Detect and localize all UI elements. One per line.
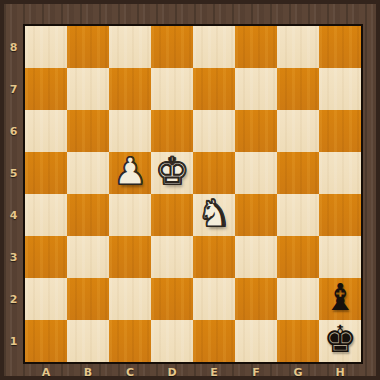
file-label-b: B (67, 362, 109, 380)
rank-label-7: 7 (6, 68, 21, 110)
square-h8[interactable] (319, 26, 361, 68)
rank-label-5: 5 (6, 152, 21, 194)
square-g7[interactable] (277, 68, 319, 110)
square-b8[interactable] (67, 26, 109, 68)
square-c8[interactable] (109, 26, 151, 68)
file-label-d: D (151, 362, 193, 380)
square-d3[interactable] (151, 236, 193, 278)
square-g8[interactable] (277, 26, 319, 68)
square-d2[interactable] (151, 278, 193, 320)
square-c1[interactable] (109, 320, 151, 362)
square-h2[interactable]: ♝ (319, 278, 361, 320)
square-d6[interactable] (151, 110, 193, 152)
file-label-g: G (277, 362, 319, 380)
board-frame: 87654321 ♟♚♞♝♚ ABCDEFGH (0, 0, 380, 380)
square-c6[interactable] (109, 110, 151, 152)
square-h6[interactable] (319, 110, 361, 152)
square-d7[interactable] (151, 68, 193, 110)
square-g3[interactable] (277, 236, 319, 278)
square-e8[interactable] (193, 26, 235, 68)
square-e2[interactable] (193, 278, 235, 320)
square-c2[interactable] (109, 278, 151, 320)
piece-white-king[interactable]: ♚ (155, 153, 188, 190)
piece-black-king[interactable]: ♚ (323, 321, 356, 358)
square-c7[interactable] (109, 68, 151, 110)
file-label-c: C (109, 362, 151, 380)
square-f7[interactable] (235, 68, 277, 110)
square-b2[interactable] (67, 278, 109, 320)
square-e6[interactable] (193, 110, 235, 152)
square-c5[interactable]: ♟ (109, 152, 151, 194)
rank-label-4: 4 (6, 194, 21, 236)
square-h1[interactable]: ♚ (319, 320, 361, 362)
rank-label-2: 2 (6, 278, 21, 320)
square-b5[interactable] (67, 152, 109, 194)
square-b1[interactable] (67, 320, 109, 362)
square-h7[interactable] (319, 68, 361, 110)
square-f3[interactable] (235, 236, 277, 278)
piece-white-knight[interactable]: ♞ (197, 195, 230, 232)
square-a5[interactable] (25, 152, 67, 194)
rank-label-6: 6 (6, 110, 21, 152)
square-a2[interactable] (25, 278, 67, 320)
rank-label-8: 8 (6, 26, 21, 68)
square-g2[interactable] (277, 278, 319, 320)
rank-labels: 87654321 (6, 26, 21, 362)
square-c4[interactable] (109, 194, 151, 236)
square-h3[interactable] (319, 236, 361, 278)
square-c3[interactable] (109, 236, 151, 278)
square-a8[interactable] (25, 26, 67, 68)
square-e4[interactable]: ♞ (193, 194, 235, 236)
square-e7[interactable] (193, 68, 235, 110)
square-d8[interactable] (151, 26, 193, 68)
square-b7[interactable] (67, 68, 109, 110)
square-h5[interactable] (319, 152, 361, 194)
square-f8[interactable] (235, 26, 277, 68)
piece-black-bishop[interactable]: ♝ (323, 279, 356, 316)
file-labels: ABCDEFGH (25, 362, 361, 380)
file-label-a: A (25, 362, 67, 380)
file-label-h: H (319, 362, 361, 380)
square-a3[interactable] (25, 236, 67, 278)
square-d5[interactable]: ♚ (151, 152, 193, 194)
file-label-f: F (235, 362, 277, 380)
square-b4[interactable] (67, 194, 109, 236)
square-a1[interactable] (25, 320, 67, 362)
square-f1[interactable] (235, 320, 277, 362)
square-g6[interactable] (277, 110, 319, 152)
square-d4[interactable] (151, 194, 193, 236)
square-a4[interactable] (25, 194, 67, 236)
square-e1[interactable] (193, 320, 235, 362)
file-label-e: E (193, 362, 235, 380)
square-a6[interactable] (25, 110, 67, 152)
square-g1[interactable] (277, 320, 319, 362)
rank-label-3: 3 (6, 236, 21, 278)
square-b6[interactable] (67, 110, 109, 152)
piece-white-pawn[interactable]: ♟ (113, 153, 146, 190)
square-g5[interactable] (277, 152, 319, 194)
square-e5[interactable] (193, 152, 235, 194)
board: ♟♚♞♝♚ (23, 24, 363, 364)
square-f5[interactable] (235, 152, 277, 194)
square-d1[interactable] (151, 320, 193, 362)
square-h4[interactable] (319, 194, 361, 236)
square-f2[interactable] (235, 278, 277, 320)
square-f6[interactable] (235, 110, 277, 152)
square-a7[interactable] (25, 68, 67, 110)
rank-label-1: 1 (6, 320, 21, 362)
square-f4[interactable] (235, 194, 277, 236)
square-b3[interactable] (67, 236, 109, 278)
square-g4[interactable] (277, 194, 319, 236)
square-e3[interactable] (193, 236, 235, 278)
